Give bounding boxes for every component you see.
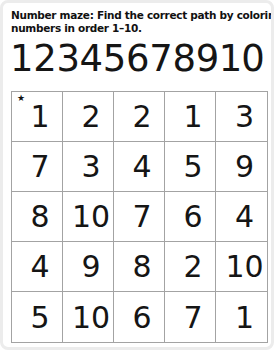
maze-cell[interactable]: 2 — [63, 92, 114, 142]
maze-cell[interactable]: 10 — [63, 292, 114, 342]
puzzle-title: Number maze: Find the correct path by co… — [11, 9, 263, 35]
maze-cell[interactable]: 1 — [165, 92, 216, 142]
maze-cell[interactable]: 4 — [216, 192, 267, 242]
maze-cell[interactable]: 10 — [63, 192, 114, 242]
maze-cell[interactable]: 1 — [216, 292, 267, 342]
maze-cell[interactable]: 9 — [216, 142, 267, 192]
sequence-number: 1 — [10, 40, 33, 77]
worksheet-page: Number maze: Find the correct path by co… — [0, 0, 274, 350]
maze-cell[interactable]: 3 — [63, 142, 114, 192]
maze-cell[interactable]: 2 — [114, 92, 165, 142]
maze-cell[interactable]: 4 — [114, 142, 165, 192]
sequence-number: 8 — [172, 40, 195, 77]
puzzle-title-line1: Number maze: Find the correct path by co… — [11, 9, 263, 22]
maze-cell[interactable]: 5 — [12, 292, 63, 342]
maze-cell[interactable]: 7 — [114, 192, 165, 242]
maze-cell[interactable]: 10 — [216, 242, 267, 292]
maze-cell[interactable]: 6 — [114, 292, 165, 342]
sequence-number: 4 — [80, 40, 103, 77]
sequence-number: 10 — [219, 40, 264, 77]
maze-grid: 1221373459810764498210510671★ — [11, 91, 268, 343]
maze-cell[interactable]: 7 — [165, 292, 216, 342]
maze-cell[interactable]: 7 — [12, 142, 63, 192]
sequence-number: 5 — [103, 40, 126, 77]
maze-cell[interactable]: 3 — [216, 92, 267, 142]
maze-cell[interactable]: 5 — [165, 142, 216, 192]
maze-cell[interactable]: 2 — [165, 242, 216, 292]
puzzle-title-line2: numbers in order 1–10. — [11, 22, 263, 35]
sequence-number: 7 — [149, 40, 172, 77]
maze-cell[interactable]: 8 — [114, 242, 165, 292]
sequence-number: 3 — [56, 40, 79, 77]
maze-cell[interactable]: 1 — [12, 92, 63, 142]
sequence-number: 9 — [196, 40, 219, 77]
maze-cell[interactable]: 6 — [165, 192, 216, 242]
maze-cell[interactable]: 8 — [12, 192, 63, 242]
sequence-number: 2 — [33, 40, 56, 77]
number-sequence-row: 12345678910 — [3, 38, 271, 78]
maze-cell[interactable]: 9 — [63, 242, 114, 292]
maze-cell[interactable]: 4 — [12, 242, 63, 292]
sequence-number: 6 — [126, 40, 149, 77]
